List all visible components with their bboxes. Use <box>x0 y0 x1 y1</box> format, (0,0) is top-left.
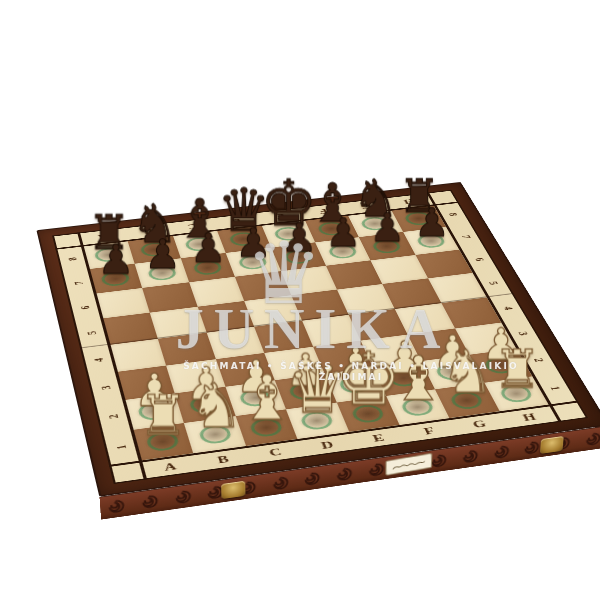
file-label-back-e: E <box>274 212 286 220</box>
file-label-back-a: A <box>97 232 109 240</box>
piece-glyph: ♜ <box>125 389 202 444</box>
spiral-icon <box>460 446 481 465</box>
signature-squiggle-icon <box>391 457 427 472</box>
file-label-back-b: B <box>142 227 153 235</box>
file-label-back-c: C <box>186 222 198 230</box>
piece-glyph: ♟ <box>82 239 150 280</box>
spiral-icon <box>583 429 600 448</box>
product-photo: 1122334455667788AABBCCDDEEFFGGHH ♜♞♝♛♚♝♞… <box>0 0 600 600</box>
spiral-icon <box>334 464 355 484</box>
spiral-icon <box>172 487 194 507</box>
spiral-icon <box>366 460 387 480</box>
spiral-icon <box>139 491 161 511</box>
spiral-icon <box>270 473 291 493</box>
spiral-icon <box>106 496 128 516</box>
spiral-icon <box>491 442 512 461</box>
scene: 1122334455667788AABBCCDDEEFFGGHH ♜♞♝♛♚♝♞… <box>64 83 539 558</box>
spiral-icon <box>302 468 323 488</box>
chess-board: 1122334455667788AABBCCDDEEFFGGHH ♜♞♝♛♚♝♞… <box>36 182 600 497</box>
